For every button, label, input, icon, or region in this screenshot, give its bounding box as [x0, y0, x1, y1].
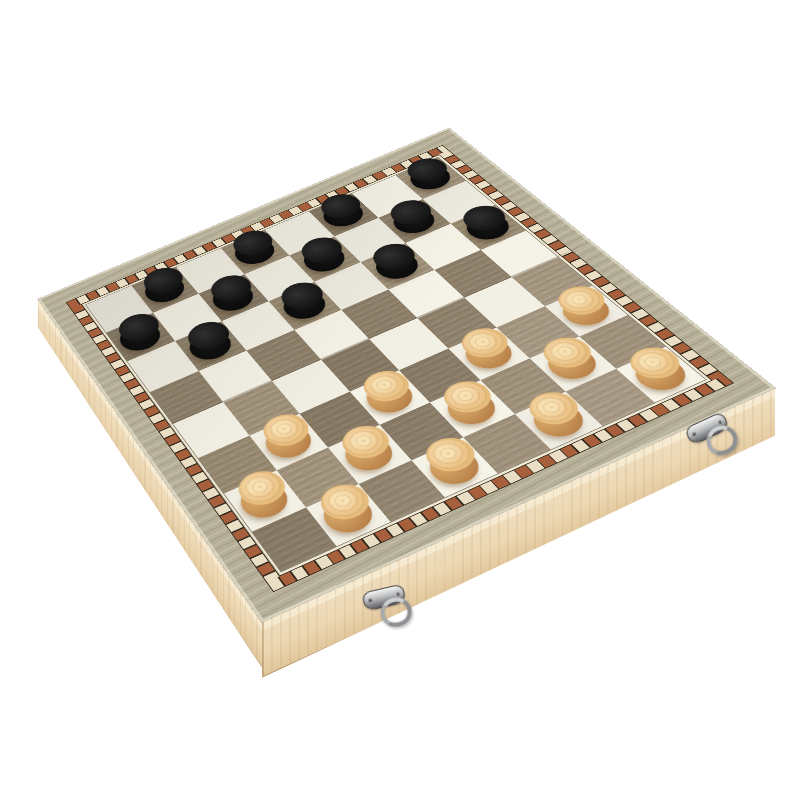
checker-piece-white[interactable] [337, 431, 401, 477]
checker-piece-white[interactable] [457, 333, 521, 374]
checker-piece-white[interactable] [358, 376, 421, 419]
checker-piece-black[interactable] [368, 248, 425, 284]
product-photo-canvas [0, 0, 800, 800]
checker-piece-white[interactable] [539, 343, 606, 385]
checker-piece-black[interactable] [139, 272, 191, 308]
checker-piece-white[interactable] [233, 477, 296, 524]
checker-piece-black[interactable] [459, 210, 517, 245]
checker-piece-white[interactable] [420, 444, 487, 491]
checker-piece-white[interactable] [553, 291, 618, 331]
checker-piece-white[interactable] [625, 353, 695, 397]
checkers-board [38, 128, 775, 622]
checker-piece-black[interactable] [183, 327, 238, 366]
checker-piece-white[interactable] [524, 398, 592, 443]
checker-piece-white[interactable] [439, 387, 504, 431]
checker-piece-black[interactable] [114, 318, 167, 356]
checker-piece-black[interactable] [276, 287, 332, 324]
checker-piece-black[interactable] [228, 235, 281, 269]
checker-piece-black[interactable] [206, 279, 260, 315]
checker-piece-black[interactable] [386, 204, 442, 238]
pieces-layer [38, 128, 775, 622]
checker-piece-black[interactable] [316, 198, 370, 231]
checker-piece-white[interactable] [315, 491, 381, 540]
checker-piece-black[interactable] [297, 241, 352, 276]
checker-piece-black[interactable] [403, 162, 458, 194]
checker-piece-white[interactable] [258, 420, 319, 464]
